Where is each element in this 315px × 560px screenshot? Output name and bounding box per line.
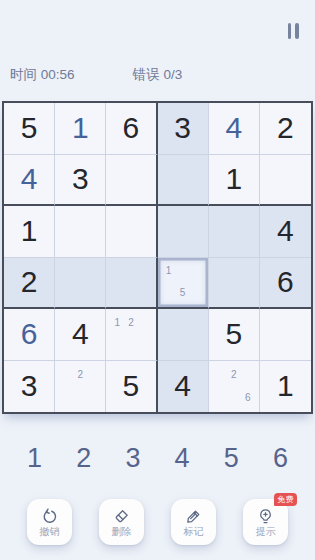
user-number: 4 xyxy=(21,164,38,194)
given-number: 2 xyxy=(277,113,294,143)
cell-r3c2[interactable] xyxy=(55,206,106,258)
note-number: 6 xyxy=(241,386,255,409)
cell-r5c1[interactable]: 6 xyxy=(4,309,55,361)
cell-r3c5[interactable] xyxy=(209,206,260,258)
numpad-5[interactable]: 5 xyxy=(224,443,239,474)
sudoku-board: 516342431142156641253254261 xyxy=(2,101,313,414)
timer-label: 时间 xyxy=(10,67,37,82)
user-number: 1 xyxy=(72,113,89,143)
cell-r1c5[interactable]: 4 xyxy=(209,103,260,155)
given-number: 1 xyxy=(225,164,242,194)
tool-button-label: 撤销 xyxy=(40,527,60,537)
timer-value: 00:56 xyxy=(41,67,75,82)
note-number: 2 xyxy=(73,364,87,387)
cell-r6c1[interactable]: 3 xyxy=(4,361,55,413)
cell-r5c6[interactable] xyxy=(260,309,311,361)
cell-r5c3[interactable]: 12 xyxy=(106,309,157,361)
pencil-notes: 26 xyxy=(209,361,259,413)
given-number: 4 xyxy=(72,319,89,349)
note-number: 5 xyxy=(176,282,190,304)
given-number: 1 xyxy=(21,216,38,246)
number-pad: 123456 xyxy=(0,443,315,474)
pencil-notes: 15 xyxy=(158,258,208,308)
mistake-counter: 错误 0/3 xyxy=(133,66,183,84)
given-number: 5 xyxy=(225,319,242,349)
cell-r6c2[interactable]: 2 xyxy=(55,361,106,413)
note-number: 2 xyxy=(227,364,241,387)
pencil-icon xyxy=(185,508,202,525)
cell-r2c1[interactable]: 4 xyxy=(4,155,55,207)
tool-button-eraser[interactable]: 删除 xyxy=(99,499,144,545)
cell-r1c3[interactable]: 6 xyxy=(106,103,157,155)
undo-icon xyxy=(41,508,58,525)
given-number: 3 xyxy=(72,164,89,194)
cell-r1c4[interactable]: 3 xyxy=(158,103,209,155)
user-number: 6 xyxy=(21,319,38,349)
cell-r4c2[interactable] xyxy=(55,258,106,310)
eraser-icon xyxy=(113,508,130,525)
numpad-2[interactable]: 2 xyxy=(76,443,91,474)
cell-r4c5[interactable] xyxy=(209,258,260,310)
note-number: 2 xyxy=(124,312,138,334)
user-number: 4 xyxy=(225,113,242,143)
cell-r2c4[interactable] xyxy=(158,155,209,207)
given-number: 6 xyxy=(277,267,294,297)
pause-icon xyxy=(288,23,292,39)
numpad-6[interactable]: 6 xyxy=(273,443,288,474)
given-number: 3 xyxy=(21,371,38,401)
cell-r1c1[interactable]: 5 xyxy=(4,103,55,155)
cell-r5c4[interactable] xyxy=(158,309,209,361)
tool-button-label: 提示 xyxy=(256,527,276,537)
pause-button[interactable] xyxy=(282,23,304,41)
cell-r1c2[interactable]: 1 xyxy=(55,103,106,155)
given-number: 4 xyxy=(174,371,191,401)
cell-r6c3[interactable]: 5 xyxy=(106,361,157,413)
mistake-label: 错误 xyxy=(133,67,160,82)
pause-icon xyxy=(295,23,299,39)
cell-r4c1[interactable]: 2 xyxy=(4,258,55,310)
free-badge: 免费 xyxy=(274,493,297,506)
cell-r5c2[interactable]: 4 xyxy=(55,309,106,361)
cell-r3c6[interactable]: 4 xyxy=(260,206,311,258)
tool-button-pencil[interactable]: 标记 xyxy=(171,499,216,545)
note-number: 1 xyxy=(110,312,124,334)
timer: 时间 00:56 xyxy=(10,66,75,84)
cell-r2c2[interactable]: 3 xyxy=(55,155,106,207)
given-number: 5 xyxy=(123,371,140,401)
toolbar: 撤销删除标记提示免费 xyxy=(0,499,315,545)
cell-r6c5[interactable]: 26 xyxy=(209,361,260,413)
cell-r4c6[interactable]: 6 xyxy=(260,258,311,310)
given-number: 5 xyxy=(21,113,38,143)
given-number: 6 xyxy=(123,113,140,143)
cell-r5c5[interactable]: 5 xyxy=(209,309,260,361)
tool-button-label: 删除 xyxy=(112,527,132,537)
given-number: 3 xyxy=(174,113,191,143)
cell-r3c3[interactable] xyxy=(106,206,157,258)
status-row: 时间 00:56 错误 0/3 xyxy=(0,66,315,84)
numpad-4[interactable]: 4 xyxy=(175,443,190,474)
mistake-value: 0/3 xyxy=(163,67,182,82)
cell-r4c4[interactable]: 15 xyxy=(158,258,209,310)
given-number: 4 xyxy=(277,216,294,246)
tool-button-undo[interactable]: 撤销 xyxy=(27,499,72,545)
numpad-3[interactable]: 3 xyxy=(125,443,140,474)
cell-r6c4[interactable]: 4 xyxy=(158,361,209,413)
note-number: 1 xyxy=(162,261,176,283)
cell-r3c1[interactable]: 1 xyxy=(4,206,55,258)
numpad-1[interactable]: 1 xyxy=(27,443,42,474)
pencil-notes: 2 xyxy=(55,361,105,413)
pencil-notes: 12 xyxy=(106,309,155,360)
cell-r2c5[interactable]: 1 xyxy=(209,155,260,207)
given-number: 1 xyxy=(277,371,294,401)
cell-r1c6[interactable]: 2 xyxy=(260,103,311,155)
given-number: 2 xyxy=(21,267,38,297)
cell-r3c4[interactable] xyxy=(158,206,209,258)
cell-r2c3[interactable] xyxy=(106,155,157,207)
bulb-icon xyxy=(257,508,274,525)
cell-r4c3[interactable] xyxy=(106,258,157,310)
tool-button-label: 标记 xyxy=(184,527,204,537)
tool-button-bulb[interactable]: 提示免费 xyxy=(243,499,288,545)
cell-r2c6[interactable] xyxy=(260,155,311,207)
cell-r6c6[interactable]: 1 xyxy=(260,361,311,413)
